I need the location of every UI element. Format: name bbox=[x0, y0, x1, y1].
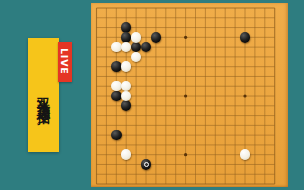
stone-white bbox=[111, 42, 122, 53]
stone-white bbox=[121, 81, 132, 92]
stone-black bbox=[121, 100, 132, 111]
stone-white bbox=[240, 149, 251, 160]
stone-black bbox=[240, 32, 251, 43]
stone-black bbox=[151, 32, 162, 43]
stone-white bbox=[111, 81, 122, 92]
stone-white bbox=[121, 61, 132, 72]
stone-black bbox=[111, 130, 122, 141]
stone-black bbox=[111, 91, 122, 102]
last-move-marker bbox=[144, 162, 149, 167]
stone-black bbox=[111, 61, 122, 72]
stone-white bbox=[131, 32, 142, 43]
stone-black bbox=[141, 42, 152, 53]
go-board bbox=[91, 3, 288, 187]
banner-title: 双飞燕尖顶变招 bbox=[28, 87, 59, 104]
title-banner: 双飞燕尖顶变招 bbox=[28, 38, 59, 152]
stone-white bbox=[121, 91, 132, 102]
stone-white bbox=[121, 42, 132, 53]
live-badge: LIVE bbox=[58, 42, 73, 83]
stone-white bbox=[121, 149, 132, 160]
stones-layer bbox=[92, 3, 280, 189]
stream-frame: 双飞燕尖顶变招 LIVE bbox=[0, 0, 304, 190]
stone-black bbox=[131, 42, 142, 53]
live-label: LIVE bbox=[59, 48, 70, 75]
stone-black bbox=[121, 32, 132, 43]
stone-white bbox=[131, 52, 142, 63]
stone-black bbox=[141, 159, 152, 170]
